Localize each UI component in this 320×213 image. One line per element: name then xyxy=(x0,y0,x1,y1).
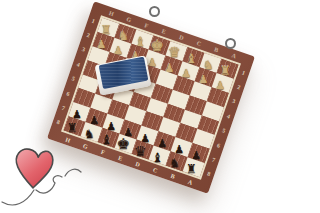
black-bishop: ♝ xyxy=(152,151,164,164)
metal-clasp-ring-icon xyxy=(225,38,236,49)
black-rook: ♜ xyxy=(186,163,197,175)
metal-clasp-ring-icon xyxy=(149,6,160,17)
doodle-squiggle xyxy=(2,190,34,205)
black-king: ♚ xyxy=(117,137,130,152)
heart-shape xyxy=(13,148,53,190)
black-queen: ♛ xyxy=(134,144,147,158)
doodle-squiggle xyxy=(65,169,81,176)
heart-doodle xyxy=(0,143,92,213)
black-knight: ♞ xyxy=(169,157,180,169)
black-rook: ♜ xyxy=(67,122,78,134)
black-bishop: ♝ xyxy=(100,133,112,146)
photo-scene: HGFEDCBA HGFEDCBA 12345678 12345678 ♜♞♝♚… xyxy=(0,0,320,213)
black-knight: ♞ xyxy=(84,128,95,140)
